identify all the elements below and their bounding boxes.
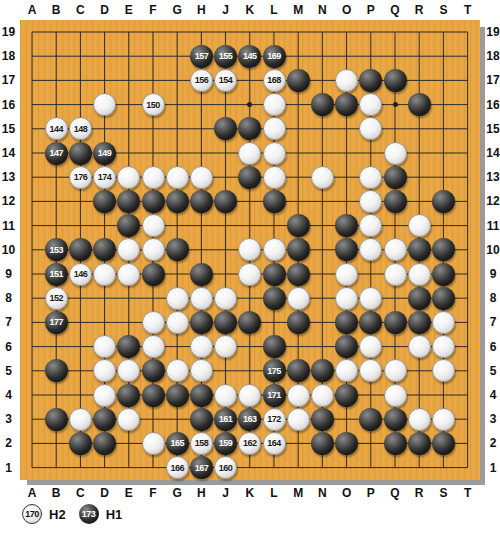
move-number: 163 (243, 414, 257, 424)
stone-G4 (166, 384, 189, 407)
column-label-bottom-J: J (216, 486, 236, 500)
stone-K9 (238, 263, 261, 286)
stone-N4 (311, 384, 334, 407)
row-label-left-6: 6 (0, 340, 17, 354)
stone-J8 (214, 287, 237, 310)
stone-R10 (408, 238, 431, 261)
stone-D2 (93, 432, 116, 455)
stone-D13: 174 (93, 166, 116, 189)
stone-C2 (69, 432, 92, 455)
stone-F11 (142, 214, 165, 237)
column-label-top-L: L (264, 3, 284, 17)
stone-R6 (408, 335, 431, 358)
stone-Q12 (384, 190, 407, 213)
stone-O7 (335, 311, 358, 334)
stone-L14 (263, 142, 286, 165)
stone-K3: 163 (238, 408, 261, 431)
column-label-top-A: A (22, 3, 42, 17)
move-number: 160 (219, 463, 233, 473)
caption-point-label: H2 (49, 507, 66, 522)
column-label-bottom-C: C (70, 486, 90, 500)
column-label-top-O: O (337, 3, 357, 17)
move-number: 146 (74, 269, 88, 279)
row-label-left-16: 16 (0, 98, 17, 112)
stone-H2: 158 (190, 432, 213, 455)
column-label-bottom-F: F (143, 486, 163, 500)
stone-B10: 153 (45, 238, 68, 261)
row-label-right-6: 6 (486, 340, 500, 354)
stone-B5 (45, 359, 68, 382)
stone-S8 (432, 287, 455, 310)
row-label-left-4: 4 (0, 388, 17, 402)
stone-K14 (238, 142, 261, 165)
column-label-bottom-S: S (433, 486, 453, 500)
row-label-left-19: 19 (0, 25, 17, 39)
stone-M11 (287, 214, 310, 237)
stone-F6 (142, 335, 165, 358)
stone-C3 (69, 408, 92, 431)
stone-J12 (214, 190, 237, 213)
stone-O2 (335, 432, 358, 455)
move-number: 158 (195, 438, 209, 448)
row-label-right-17: 17 (486, 73, 500, 87)
stone-F9 (142, 263, 165, 286)
column-label-bottom-D: D (95, 486, 115, 500)
stone-E3 (117, 408, 140, 431)
move-number: 150 (146, 100, 160, 110)
stone-H12 (190, 190, 213, 213)
stone-O17 (335, 69, 358, 92)
stone-S3 (432, 408, 455, 431)
stone-F10 (142, 238, 165, 261)
stone-D3 (93, 408, 116, 431)
caption-stone-170: 170 (22, 504, 42, 524)
column-label-bottom-T: T (458, 486, 478, 500)
stone-H13 (190, 166, 213, 189)
column-label-bottom-H: H (191, 486, 211, 500)
move-number: 177 (49, 317, 63, 327)
stone-R7 (408, 311, 431, 334)
caption-move-number: 173 (82, 509, 96, 519)
stone-C13: 176 (69, 166, 92, 189)
stone-L13 (263, 166, 286, 189)
column-label-top-H: H (191, 3, 211, 17)
column-label-bottom-P: P (361, 486, 381, 500)
move-number: 172 (267, 414, 281, 424)
stone-S6 (432, 335, 455, 358)
stone-D12 (93, 190, 116, 213)
column-label-top-B: B (46, 3, 66, 17)
stone-L18: 169 (263, 45, 286, 68)
move-number: 147 (49, 148, 63, 158)
stone-D14: 149 (93, 142, 116, 165)
stone-Q5 (384, 359, 407, 382)
stone-N2 (311, 432, 334, 455)
stone-R16 (408, 93, 431, 116)
stone-N3 (311, 408, 334, 431)
column-label-top-P: P (361, 3, 381, 17)
move-number: 157 (195, 51, 209, 61)
move-number: 151 (49, 269, 63, 279)
stone-M10 (287, 238, 310, 261)
stone-C14 (69, 142, 92, 165)
stone-E9 (117, 263, 140, 286)
stone-J2: 159 (214, 432, 237, 455)
row-label-right-1: 1 (486, 461, 500, 475)
move-number: 176 (74, 172, 88, 182)
stone-L9 (263, 263, 286, 286)
stone-B7: 177 (45, 311, 68, 334)
row-label-left-2: 2 (0, 436, 17, 450)
stone-G13 (166, 166, 189, 189)
row-label-right-19: 19 (486, 25, 500, 39)
stone-G8 (166, 287, 189, 310)
column-label-top-R: R (409, 3, 429, 17)
row-label-right-9: 9 (486, 267, 500, 281)
caption-stone-173: 173 (79, 504, 99, 524)
row-label-left-1: 1 (0, 461, 17, 475)
stone-E13 (117, 166, 140, 189)
stone-G1: 166 (166, 456, 189, 479)
stone-S2 (432, 432, 455, 455)
stone-R3 (408, 408, 431, 431)
row-label-left-11: 11 (0, 219, 17, 233)
move-number: 165 (170, 438, 184, 448)
stone-P8 (359, 287, 382, 310)
row-label-right-18: 18 (486, 49, 500, 63)
stone-H17: 156 (190, 69, 213, 92)
stone-Q17 (384, 69, 407, 92)
row-label-right-3: 3 (486, 412, 500, 426)
column-label-bottom-L: L (264, 486, 284, 500)
stone-L15 (263, 117, 286, 140)
stone-H1: 167 (190, 456, 213, 479)
move-number: 153 (49, 245, 63, 255)
move-number: 161 (219, 414, 233, 424)
row-label-left-12: 12 (0, 194, 17, 208)
column-label-bottom-N: N (312, 486, 332, 500)
move-number: 162 (243, 438, 257, 448)
column-label-bottom-O: O (337, 486, 357, 500)
row-label-left-13: 13 (0, 170, 17, 184)
column-label-top-J: J (216, 3, 236, 17)
stone-K13 (238, 166, 261, 189)
stone-Q14 (384, 142, 407, 165)
move-number: 154 (219, 75, 233, 85)
row-label-left-8: 8 (0, 291, 17, 305)
stone-G2: 165 (166, 432, 189, 455)
stone-N13 (311, 166, 334, 189)
stone-R2 (408, 432, 431, 455)
stone-H18: 157 (190, 45, 213, 68)
row-label-right-16: 16 (486, 98, 500, 112)
stone-H6 (190, 335, 213, 358)
move-number: 148 (74, 124, 88, 134)
column-label-top-N: N (312, 3, 332, 17)
stone-J17: 154 (214, 69, 237, 92)
stone-N16 (311, 93, 334, 116)
caption-point-label: H1 (106, 507, 123, 522)
row-label-left-14: 14 (0, 146, 17, 160)
stone-G7 (166, 311, 189, 334)
stone-M17 (287, 69, 310, 92)
stone-L3: 172 (263, 408, 286, 431)
stone-S7 (432, 311, 455, 334)
row-label-right-15: 15 (486, 122, 500, 136)
move-number: 167 (195, 463, 209, 473)
stone-P3 (359, 408, 382, 431)
stone-J18: 155 (214, 45, 237, 68)
column-label-top-F: F (143, 3, 163, 17)
move-number: 152 (49, 293, 63, 303)
move-number: 145 (243, 51, 257, 61)
column-label-top-K: K (240, 3, 260, 17)
stone-P13 (359, 166, 382, 189)
column-label-top-Q: Q (385, 3, 405, 17)
stone-D9 (93, 263, 116, 286)
stone-M3 (287, 408, 310, 431)
row-label-left-10: 10 (0, 243, 17, 257)
stone-F13 (142, 166, 165, 189)
stone-L2: 164 (263, 432, 286, 455)
stone-Q7 (384, 311, 407, 334)
stone-M7 (287, 311, 310, 334)
row-label-right-5: 5 (486, 364, 500, 378)
stone-L16 (263, 93, 286, 116)
stone-M5 (287, 359, 310, 382)
row-label-right-2: 2 (486, 436, 500, 450)
stone-S9 (432, 263, 455, 286)
stone-J4 (214, 384, 237, 407)
move-number: 166 (170, 463, 184, 473)
stone-F7 (142, 311, 165, 334)
stone-R8 (408, 287, 431, 310)
column-label-top-E: E (119, 3, 139, 17)
stone-B9: 151 (45, 263, 68, 286)
row-label-right-8: 8 (486, 291, 500, 305)
stone-F16: 150 (142, 93, 165, 116)
go-diagram-page: 1571551451691561541681501441481471491761… (0, 0, 500, 537)
stone-H9 (190, 263, 213, 286)
row-label-right-4: 4 (486, 388, 500, 402)
column-label-bottom-A: A (22, 486, 42, 500)
row-label-right-13: 13 (486, 170, 500, 184)
stone-F4 (142, 384, 165, 407)
caption: 170H2173H1 (22, 504, 128, 524)
stone-O8 (335, 287, 358, 310)
caption-move-number: 170 (25, 509, 39, 519)
stone-L6 (263, 335, 286, 358)
column-label-top-D: D (95, 3, 115, 17)
move-number: 144 (49, 124, 63, 134)
move-number: 169 (267, 51, 281, 61)
column-label-top-T: T (458, 3, 478, 17)
stone-O4 (335, 384, 358, 407)
stone-F5 (142, 359, 165, 382)
row-label-left-5: 5 (0, 364, 17, 378)
stone-E4 (117, 384, 140, 407)
star-point-Q16 (393, 102, 398, 107)
row-label-right-12: 12 (486, 194, 500, 208)
move-number: 155 (219, 51, 233, 61)
move-number: 149 (98, 148, 112, 158)
stone-G5 (166, 359, 189, 382)
row-label-left-7: 7 (0, 315, 17, 329)
stone-K18: 145 (238, 45, 261, 68)
column-label-top-G: G (167, 3, 187, 17)
stone-J7 (214, 311, 237, 334)
stone-H7 (190, 311, 213, 334)
stone-M4 (287, 384, 310, 407)
column-label-bottom-B: B (46, 486, 66, 500)
stone-L10 (263, 238, 286, 261)
stone-L12 (263, 190, 286, 213)
move-number: 159 (219, 438, 233, 448)
column-label-top-M: M (288, 3, 308, 17)
column-label-bottom-E: E (119, 486, 139, 500)
column-label-bottom-R: R (409, 486, 429, 500)
move-number: 168 (267, 75, 281, 85)
stone-K4 (238, 384, 261, 407)
stone-L8 (263, 287, 286, 310)
stone-O9 (335, 263, 358, 286)
stone-Q10 (384, 238, 407, 261)
row-label-left-3: 3 (0, 412, 17, 426)
row-label-right-7: 7 (486, 315, 500, 329)
move-number: 174 (98, 172, 112, 182)
stone-B14: 147 (45, 142, 68, 165)
move-number: 164 (267, 438, 281, 448)
stone-Q9 (384, 263, 407, 286)
row-label-left-17: 17 (0, 73, 17, 87)
stone-H3 (190, 408, 213, 431)
row-label-left-18: 18 (0, 49, 17, 63)
row-label-left-15: 15 (0, 122, 17, 136)
stone-B15: 144 (45, 117, 68, 140)
column-label-top-S: S (433, 3, 453, 17)
stone-R9 (408, 263, 431, 286)
stone-B8: 152 (45, 287, 68, 310)
stone-F2 (142, 432, 165, 455)
stone-M9 (287, 263, 310, 286)
go-board[interactable]: 1571551451691561541681501441481471491761… (20, 20, 480, 480)
stone-R11 (408, 214, 431, 237)
stone-L4: 171 (263, 384, 286, 407)
column-label-bottom-K: K (240, 486, 260, 500)
stone-F12 (142, 190, 165, 213)
stone-H8 (190, 287, 213, 310)
stone-J3: 161 (214, 408, 237, 431)
stone-Q3 (384, 408, 407, 431)
column-label-bottom-M: M (288, 486, 308, 500)
stone-G12 (166, 190, 189, 213)
stone-G10 (166, 238, 189, 261)
move-number: 175 (267, 366, 281, 376)
stone-B3 (45, 408, 68, 431)
stone-L5: 175 (263, 359, 286, 382)
row-label-right-14: 14 (486, 146, 500, 160)
stone-Q2 (384, 432, 407, 455)
column-label-bottom-G: G (167, 486, 187, 500)
row-label-left-9: 9 (0, 267, 17, 281)
column-label-bottom-Q: Q (385, 486, 405, 500)
stone-L17: 168 (263, 69, 286, 92)
stone-C9: 146 (69, 263, 92, 286)
stone-M8 (287, 287, 310, 310)
stone-D4 (93, 384, 116, 407)
stone-Q4 (384, 384, 407, 407)
stone-Q13 (384, 166, 407, 189)
move-number: 171 (267, 390, 281, 400)
stone-S12 (432, 190, 455, 213)
stone-H4 (190, 384, 213, 407)
move-number: 156 (195, 75, 209, 85)
column-label-top-C: C (70, 3, 90, 17)
row-label-right-10: 10 (486, 243, 500, 257)
row-label-right-11: 11 (486, 219, 500, 233)
